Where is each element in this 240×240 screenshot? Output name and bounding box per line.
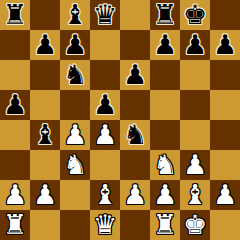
square-e5[interactable] <box>120 90 150 120</box>
piece-black-knight[interactable]: ♞ <box>60 60 90 90</box>
square-h2[interactable]: ♟ <box>210 180 240 210</box>
piece-white-pawn[interactable]: ♟ <box>30 180 60 210</box>
square-a3[interactable] <box>0 150 30 180</box>
square-h1[interactable] <box>210 210 240 240</box>
square-h6[interactable] <box>210 60 240 90</box>
square-d8[interactable]: ♛ <box>90 0 120 30</box>
square-a6[interactable] <box>0 60 30 90</box>
square-b8[interactable] <box>30 0 60 30</box>
piece-white-rook[interactable]: ♜ <box>150 210 180 240</box>
square-g8[interactable]: ♚ <box>180 0 210 30</box>
square-f3[interactable]: ♞ <box>150 150 180 180</box>
piece-black-pawn[interactable]: ♟ <box>150 30 180 60</box>
square-f5[interactable] <box>150 90 180 120</box>
square-d6[interactable] <box>90 60 120 90</box>
square-a7[interactable] <box>0 30 30 60</box>
piece-white-queen[interactable]: ♛ <box>90 210 120 240</box>
square-e8[interactable] <box>120 0 150 30</box>
piece-white-bishop[interactable]: ♝ <box>90 180 120 210</box>
square-g6[interactable] <box>180 60 210 90</box>
square-g7[interactable]: ♟ <box>180 30 210 60</box>
square-a8[interactable]: ♜ <box>0 0 30 30</box>
square-e2[interactable]: ♟ <box>120 180 150 210</box>
square-c4[interactable]: ♟ <box>60 120 90 150</box>
piece-white-pawn[interactable]: ♟ <box>180 150 210 180</box>
piece-black-queen[interactable]: ♛ <box>90 0 120 30</box>
piece-black-pawn[interactable]: ♟ <box>210 30 240 60</box>
piece-white-pawn[interactable]: ♟ <box>120 180 150 210</box>
chess-board: ♜♝♛♜♚♟♟♟♟♟♞♟♟♟♝♟♟♞♞♞♟♟♟♝♟♟♝♟♜♛♜♚ <box>0 0 240 240</box>
piece-black-pawn[interactable]: ♟ <box>0 90 30 120</box>
square-d4[interactable]: ♟ <box>90 120 120 150</box>
square-b2[interactable]: ♟ <box>30 180 60 210</box>
square-a5[interactable]: ♟ <box>0 90 30 120</box>
square-c5[interactable] <box>60 90 90 120</box>
square-f8[interactable]: ♜ <box>150 0 180 30</box>
piece-white-pawn[interactable]: ♟ <box>0 180 30 210</box>
square-b1[interactable] <box>30 210 60 240</box>
square-c3[interactable]: ♞ <box>60 150 90 180</box>
square-e6[interactable]: ♟ <box>120 60 150 90</box>
square-f7[interactable]: ♟ <box>150 30 180 60</box>
square-e7[interactable] <box>120 30 150 60</box>
square-g1[interactable]: ♚ <box>180 210 210 240</box>
square-a4[interactable] <box>0 120 30 150</box>
piece-black-pawn[interactable]: ♟ <box>90 90 120 120</box>
piece-white-pawn[interactable]: ♟ <box>90 120 120 150</box>
square-h3[interactable] <box>210 150 240 180</box>
square-e3[interactable] <box>120 150 150 180</box>
piece-black-pawn[interactable]: ♟ <box>60 30 90 60</box>
square-g3[interactable]: ♟ <box>180 150 210 180</box>
piece-white-rook[interactable]: ♜ <box>0 210 30 240</box>
square-h5[interactable] <box>210 90 240 120</box>
square-d7[interactable] <box>90 30 120 60</box>
piece-white-pawn[interactable]: ♟ <box>60 120 90 150</box>
piece-white-pawn[interactable]: ♟ <box>210 180 240 210</box>
square-e4[interactable]: ♞ <box>120 120 150 150</box>
square-f1[interactable]: ♜ <box>150 210 180 240</box>
square-d5[interactable]: ♟ <box>90 90 120 120</box>
piece-black-king[interactable]: ♚ <box>180 0 210 30</box>
square-d2[interactable]: ♝ <box>90 180 120 210</box>
piece-black-knight[interactable]: ♞ <box>120 120 150 150</box>
square-d1[interactable]: ♛ <box>90 210 120 240</box>
square-g2[interactable]: ♝ <box>180 180 210 210</box>
piece-black-rook[interactable]: ♜ <box>0 0 30 30</box>
square-h4[interactable] <box>210 120 240 150</box>
square-c6[interactable]: ♞ <box>60 60 90 90</box>
square-c8[interactable]: ♝ <box>60 0 90 30</box>
piece-black-pawn[interactable]: ♟ <box>120 60 150 90</box>
piece-black-pawn[interactable]: ♟ <box>180 30 210 60</box>
square-a2[interactable]: ♟ <box>0 180 30 210</box>
square-b4[interactable]: ♝ <box>30 120 60 150</box>
square-g4[interactable] <box>180 120 210 150</box>
piece-black-pawn[interactable]: ♟ <box>30 30 60 60</box>
square-c7[interactable]: ♟ <box>60 30 90 60</box>
square-b5[interactable] <box>30 90 60 120</box>
square-e1[interactable] <box>120 210 150 240</box>
piece-white-knight[interactable]: ♞ <box>150 150 180 180</box>
square-g5[interactable] <box>180 90 210 120</box>
square-b7[interactable]: ♟ <box>30 30 60 60</box>
square-c2[interactable] <box>60 180 90 210</box>
square-d3[interactable] <box>90 150 120 180</box>
square-h8[interactable] <box>210 0 240 30</box>
piece-white-pawn[interactable]: ♟ <box>150 180 180 210</box>
piece-black-rook[interactable]: ♜ <box>150 0 180 30</box>
piece-black-bishop[interactable]: ♝ <box>30 120 60 150</box>
piece-white-knight[interactable]: ♞ <box>60 150 90 180</box>
square-b3[interactable] <box>30 150 60 180</box>
square-b6[interactable] <box>30 60 60 90</box>
square-c1[interactable] <box>60 210 90 240</box>
piece-white-king[interactable]: ♚ <box>180 210 210 240</box>
square-f2[interactable]: ♟ <box>150 180 180 210</box>
square-f4[interactable] <box>150 120 180 150</box>
square-h7[interactable]: ♟ <box>210 30 240 60</box>
square-f6[interactable] <box>150 60 180 90</box>
piece-white-bishop[interactable]: ♝ <box>180 180 210 210</box>
piece-black-bishop[interactable]: ♝ <box>60 0 90 30</box>
square-a1[interactable]: ♜ <box>0 210 30 240</box>
